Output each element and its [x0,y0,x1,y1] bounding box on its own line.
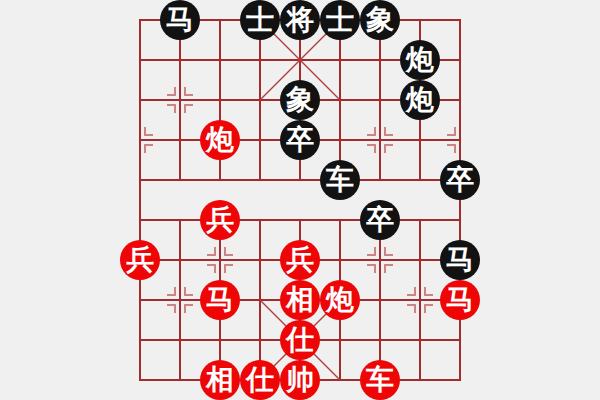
red-general[interactable]: 帅 [280,360,320,400]
black-elephant[interactable]: 象 [280,80,320,120]
black-chariot[interactable]: 车 [320,160,360,200]
red-soldier[interactable]: 兵 [280,240,320,280]
red-horse[interactable]: 马 [440,280,480,320]
red-soldier[interactable]: 兵 [120,240,160,280]
black-elephant[interactable]: 象 [360,0,400,40]
black-cannon[interactable]: 炮 [400,80,440,120]
black-advisor[interactable]: 士 [320,0,360,40]
red-elephant[interactable]: 相 [280,280,320,320]
red-elephant[interactable]: 相 [200,360,240,400]
pieces-layer: 马士将士象炮象炮炮卒车卒兵卒兵兵马马相炮马仕相仕帅车 [0,0,600,400]
xiangqi-app: 马士将士象炮象炮炮卒车卒兵卒兵兵马马相炮马仕相仕帅车 [0,0,600,400]
black-soldier[interactable]: 卒 [360,200,400,240]
black-soldier[interactable]: 卒 [280,120,320,160]
black-horse[interactable]: 马 [440,240,480,280]
red-horse[interactable]: 马 [200,280,240,320]
black-soldier[interactable]: 卒 [440,160,480,200]
black-cannon[interactable]: 炮 [400,40,440,80]
black-general[interactable]: 将 [280,0,320,40]
xiangqi-board: 马士将士象炮象炮炮卒车卒兵卒兵兵马马相炮马仕相仕帅车 [0,0,600,400]
red-advisor[interactable]: 仕 [240,360,280,400]
red-soldier[interactable]: 兵 [200,200,240,240]
red-cannon[interactable]: 炮 [320,280,360,320]
red-advisor[interactable]: 仕 [280,320,320,360]
black-horse[interactable]: 马 [160,0,200,40]
black-advisor[interactable]: 士 [240,0,280,40]
red-cannon[interactable]: 炮 [200,120,240,160]
red-chariot[interactable]: 车 [360,360,400,400]
